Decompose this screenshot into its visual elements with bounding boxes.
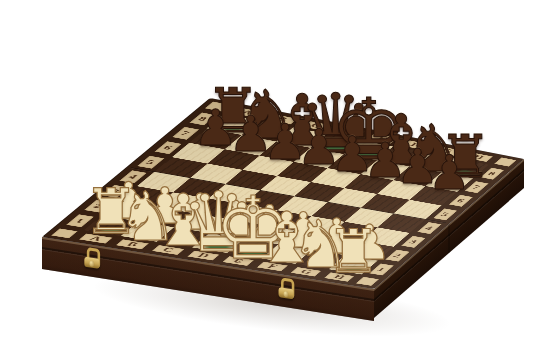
coordinate-label: 5: [433, 208, 457, 220]
chess-set-photo: ABCDEFGH ABCDEFGH 87654321 87654321 ♜♞♝♛…: [0, 0, 533, 355]
clasp-knob: [89, 260, 94, 267]
clasp-knob: [284, 291, 289, 298]
black-pawn-h7: ♟: [428, 149, 471, 197]
coordinate-label: 4: [417, 222, 441, 234]
brass-clasp-left-icon: [84, 247, 101, 274]
coordinate-label: 3: [401, 236, 425, 248]
band-corner: [494, 157, 516, 166]
band-corner: [51, 228, 77, 238]
white-rook-h1: ♜: [327, 222, 380, 282]
fold-seam: [449, 224, 450, 254]
